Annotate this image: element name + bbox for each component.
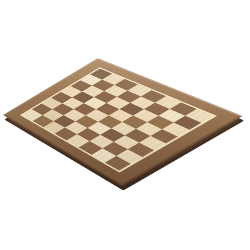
board-grid xyxy=(22,69,213,171)
chess-board xyxy=(3,58,243,186)
photo-background xyxy=(0,0,250,250)
board-boundary-line xyxy=(20,67,217,172)
